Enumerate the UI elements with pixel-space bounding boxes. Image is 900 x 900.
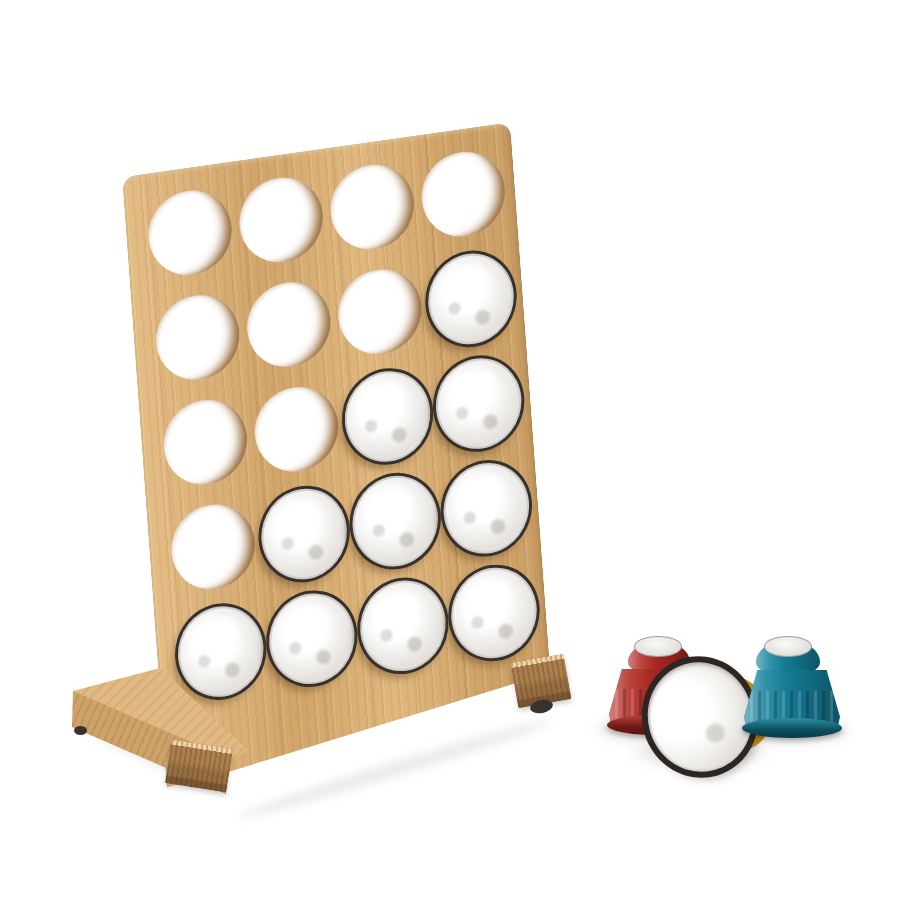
cell-r1c1	[141, 174, 240, 292]
cell-r5c4	[445, 554, 544, 672]
cell-r2c1	[148, 278, 247, 396]
capsule-r5c2[interactable]	[263, 584, 361, 693]
capsule-r4c2[interactable]	[255, 479, 353, 588]
cell-r4c1	[164, 488, 263, 606]
capsule-r3c4[interactable]	[430, 349, 528, 458]
base-slot-tab-left	[165, 739, 233, 792]
cell-r2c3	[331, 252, 430, 370]
scene	[0, 0, 900, 900]
capsule-grid	[122, 122, 549, 712]
cell-r3c2	[247, 370, 346, 488]
capsule-r4c3[interactable]	[346, 466, 444, 575]
cell-r3c4	[429, 344, 528, 462]
hole-r2c3[interactable]	[335, 264, 424, 360]
cell-r4c3	[346, 462, 445, 580]
capsule-r2c4[interactable]	[422, 244, 520, 353]
hole-r1c3[interactable]	[328, 159, 417, 255]
hole-r1c1[interactable]	[145, 185, 234, 281]
capsule-r3c3[interactable]	[339, 362, 437, 471]
cell-r2c2	[239, 265, 338, 383]
teal-capsule-white-cap	[764, 636, 812, 657]
capsule-r5c4[interactable]	[445, 558, 543, 667]
hole-r2c2[interactable]	[244, 276, 333, 372]
cell-r3c3	[338, 357, 437, 475]
hole-r3c1[interactable]	[161, 394, 250, 490]
cell-r1c3	[323, 148, 422, 266]
hole-r1c2[interactable]	[237, 172, 326, 268]
cell-r4c2	[255, 475, 354, 593]
cell-r1c4	[414, 135, 513, 253]
cell-r3c1	[156, 383, 255, 501]
teal-capsule-rim	[742, 718, 842, 738]
teal-capsule[interactable]	[742, 632, 842, 740]
hole-r2c1[interactable]	[153, 289, 242, 385]
cell-r4c4	[437, 449, 536, 567]
hole-r4c1[interactable]	[168, 499, 257, 595]
capsule-r4c4[interactable]	[437, 453, 535, 562]
hole-r1c4[interactable]	[419, 146, 508, 242]
capsule-r5c3[interactable]	[354, 571, 452, 680]
cell-r5c2	[262, 579, 361, 697]
cell-r2c4	[422, 240, 521, 358]
base-foot-left	[74, 726, 87, 735]
cell-r1c2	[232, 161, 331, 279]
hole-r3c2[interactable]	[252, 381, 341, 477]
cell-r5c3	[354, 567, 453, 685]
